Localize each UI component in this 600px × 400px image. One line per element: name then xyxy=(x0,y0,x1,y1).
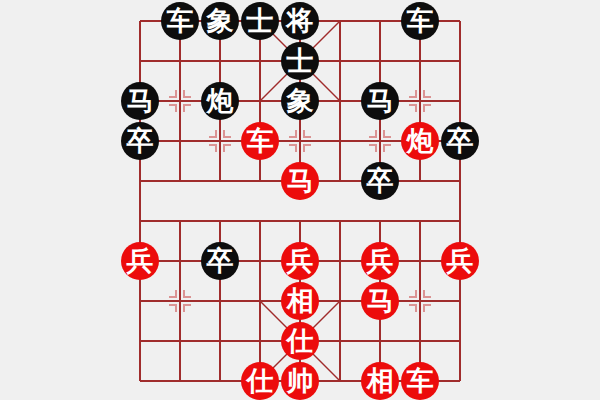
piece-red-elephant-f6r9[interactable]: 相 xyxy=(361,362,399,400)
piece-red-horse-f4r4[interactable]: 马 xyxy=(281,162,319,200)
xiangqi-screenshot: 车象士将车士马炮象马卒卒车炮马卒卒兵兵兵兵相马仕仕帅相车 xyxy=(0,0,600,400)
piece-red-soldier-f0r6[interactable]: 兵 xyxy=(121,242,159,280)
piece-red-chariot-f3r3[interactable]: 车 xyxy=(241,122,279,160)
xiangqi-board: 车象士将车士马炮象马卒卒车炮马卒卒兵兵兵兵相马仕仕帅相车 xyxy=(0,0,600,400)
piece-red-advisor-f4r8[interactable]: 仕 xyxy=(281,322,319,360)
piece-red-soldier-f4r6[interactable]: 兵 xyxy=(281,242,319,280)
piece-black-soldier-f0r3[interactable]: 卒 xyxy=(121,122,159,160)
piece-black-soldier-f8r3[interactable]: 卒 xyxy=(441,122,479,160)
piece-red-soldier-f8r6[interactable]: 兵 xyxy=(441,242,479,280)
piece-black-advisor-f4r1[interactable]: 士 xyxy=(281,42,319,80)
pieces-layer: 车象士将车士马炮象马卒卒车炮马卒卒兵兵兵兵相马仕仕帅相车 xyxy=(0,0,600,400)
piece-black-horse-f6r2[interactable]: 马 xyxy=(361,82,399,120)
piece-black-chariot-f1r0[interactable]: 车 xyxy=(161,2,199,40)
piece-red-cannon-f7r3[interactable]: 炮 xyxy=(401,122,439,160)
piece-red-general-f4r9[interactable]: 帅 xyxy=(281,362,319,400)
piece-black-chariot-f7r0[interactable]: 车 xyxy=(401,2,439,40)
piece-black-cannon-f2r2[interactable]: 炮 xyxy=(201,82,239,120)
piece-red-elephant-f4r7[interactable]: 相 xyxy=(281,282,319,320)
piece-black-advisor-f3r0[interactable]: 士 xyxy=(241,2,279,40)
piece-black-elephant-f2r0[interactable]: 象 xyxy=(201,2,239,40)
piece-black-elephant-f4r2[interactable]: 象 xyxy=(281,82,319,120)
piece-black-horse-f0r2[interactable]: 马 xyxy=(121,82,159,120)
piece-red-horse-f6r7[interactable]: 马 xyxy=(361,282,399,320)
piece-red-chariot-f7r9[interactable]: 车 xyxy=(401,362,439,400)
piece-red-soldier-f6r6[interactable]: 兵 xyxy=(361,242,399,280)
piece-red-advisor-f3r9[interactable]: 仕 xyxy=(241,362,279,400)
piece-black-soldier-f6r4[interactable]: 卒 xyxy=(361,162,399,200)
piece-black-soldier-f2r6[interactable]: 卒 xyxy=(201,242,239,280)
piece-black-general-f4r0[interactable]: 将 xyxy=(281,2,319,40)
